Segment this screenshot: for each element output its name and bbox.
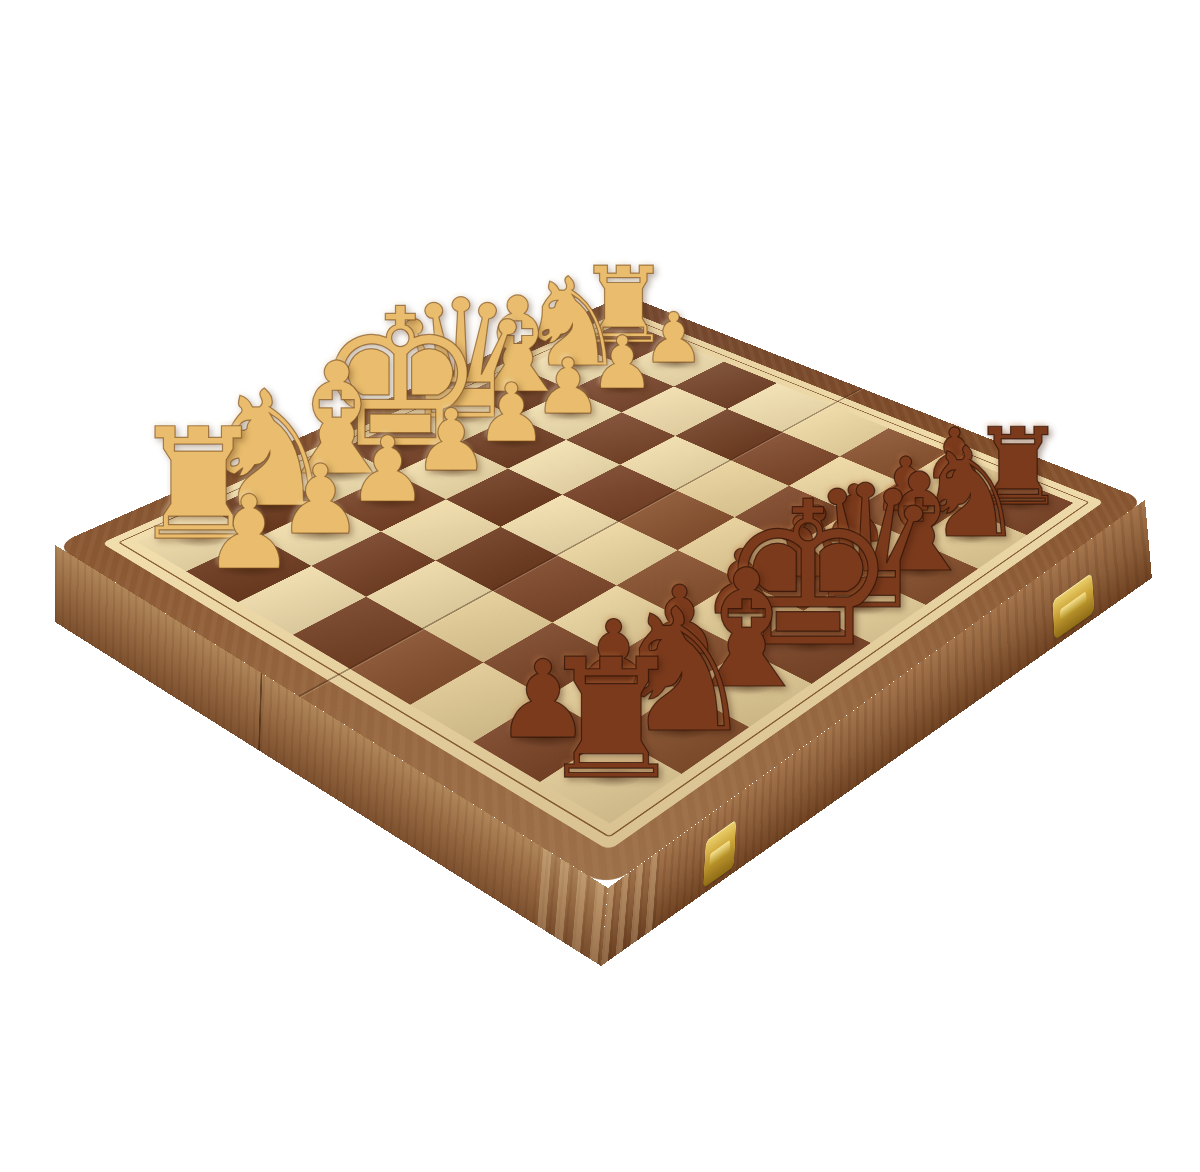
product-photo-scene: ♜♞♝♛♚♝♞♜♟♟♟♟♟♟♟♟♟♟♟♟♟♟♟♟♜♞♝♛♚♝♞♜: [0, 0, 1200, 1172]
black-rook-h8[interactable]: ♜: [537, 637, 686, 803]
pieces-layer: ♜♞♝♛♚♝♞♜♟♟♟♟♟♟♟♟♟♟♟♟♟♟♟♟♜♞♝♛♚♝♞♜: [0, 0, 1200, 1172]
white-pawn-h2[interactable]: ♟: [203, 482, 295, 584]
